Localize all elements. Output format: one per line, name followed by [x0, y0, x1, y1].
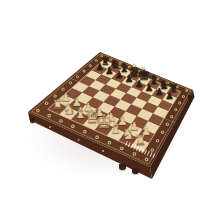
frame-ring-center	[48, 115, 50, 117]
frame-ring-center	[46, 102, 48, 104]
frame-ring-center	[183, 96, 184, 97]
frame-ring-center	[84, 131, 86, 133]
front-edge-brass-dot	[49, 126, 51, 128]
frame-ring-center	[175, 109, 176, 110]
frame-ring-center	[37, 110, 39, 112]
frame-ring-center	[83, 70, 84, 71]
frame-ring-center	[146, 159, 148, 161]
board-foot	[188, 95, 193, 100]
frame-ring-center	[54, 95, 55, 96]
frame-ring-center	[177, 86, 178, 87]
frame-ring-center	[90, 65, 91, 66]
front-edge-brass-dot	[102, 150, 104, 152]
frame-ring-center	[162, 132, 164, 134]
chess-set-product-photo: ♜♞♝♛♚♝♞♜♟♟♟♟♟♟♟♟♟♟♟♟♟♟♟♟♜♞♝♛♚♝♞♜	[0, 0, 220, 220]
frame-ring-center	[96, 136, 98, 138]
frame-ring-center	[138, 70, 139, 71]
front-edge-brass-dot	[78, 139, 80, 141]
frame-ring-center	[70, 82, 71, 83]
chessboard	[0, 0, 220, 220]
frame-ring-center	[148, 74, 149, 75]
frame-ring-center	[96, 60, 97, 61]
frame-ring-center	[151, 149, 153, 151]
frame-ring-center	[110, 59, 111, 60]
board-foot	[30, 118, 35, 123]
frame-ring-center	[60, 120, 62, 122]
frame-ring-center	[171, 116, 172, 117]
frame-ring-center	[129, 67, 130, 68]
frame-ring-center	[62, 88, 63, 89]
frame-ring-center	[134, 153, 136, 155]
frame-ring-center	[157, 140, 159, 142]
frame-ring-center	[179, 102, 180, 103]
frame-ring-center	[72, 126, 74, 128]
frame-ring-center	[109, 142, 111, 144]
frame-ring-center	[186, 90, 187, 91]
frame-ring-center	[101, 55, 102, 56]
frame-ring-center	[167, 124, 168, 125]
board-foot	[119, 164, 126, 170]
frame-ring-center	[167, 82, 168, 83]
frame-ring-center	[119, 63, 120, 64]
frame-ring-center	[157, 78, 158, 79]
frame-ring-center	[77, 76, 78, 77]
board-foot	[132, 168, 139, 174]
frame-ring-center	[121, 147, 123, 149]
